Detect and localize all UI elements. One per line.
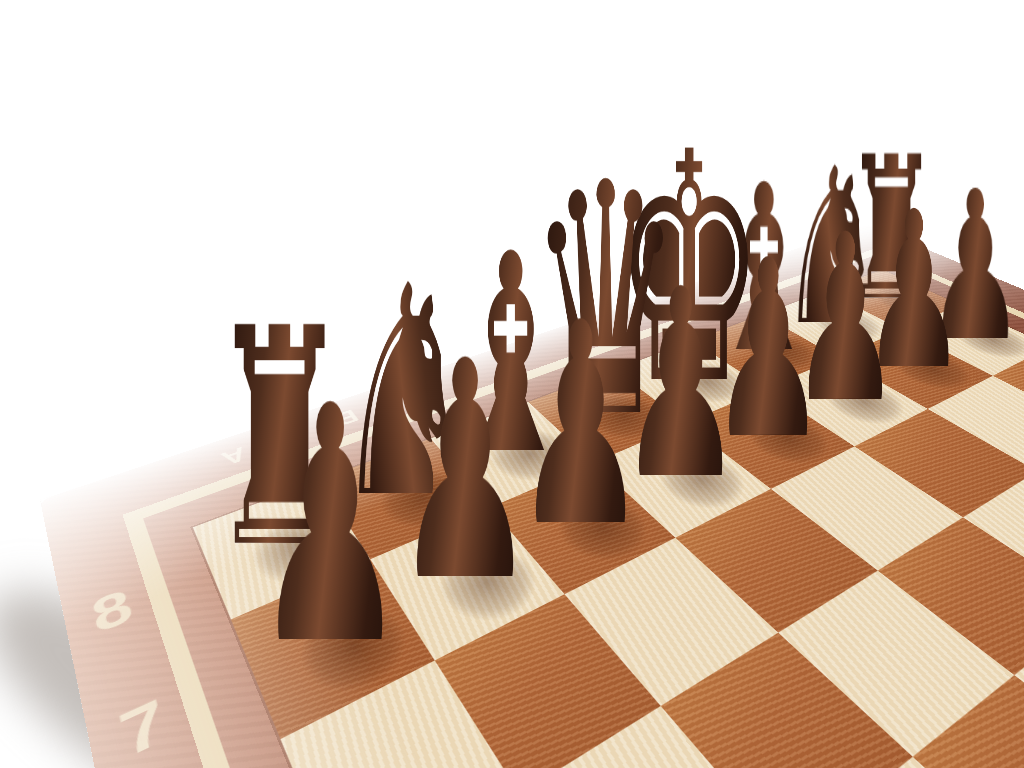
chessboard: AB87 ♜♞♝♛♚♝♞♜♟♟♟♟♟♟♟♟ (0, 0, 1024, 768)
perspective-container: AB87 ♜♞♝♛♚♝♞♜♟♟♟♟♟♟♟♟ (0, 0, 1024, 768)
board-side-edge (0, 0, 52, 526)
product-photo-scene: AB87 ♜♞♝♛♚♝♞♜♟♟♟♟♟♟♟♟ (0, 0, 1024, 768)
